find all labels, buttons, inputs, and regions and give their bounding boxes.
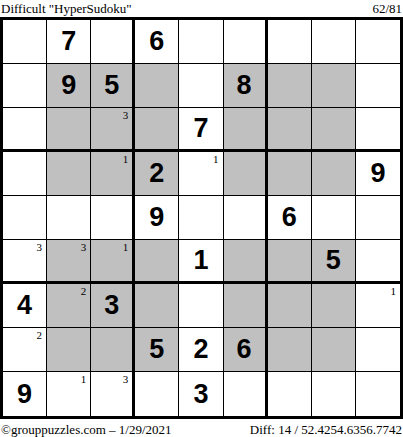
pencil-mark: 3 [37, 241, 43, 253]
cell-r5c7[interactable]: 6 [268, 196, 312, 240]
cell-r2c9[interactable] [356, 64, 400, 108]
cell-r1c9[interactable] [356, 20, 400, 64]
given-digit: 2 [193, 336, 208, 363]
cell-r1c4[interactable]: 6 [135, 20, 179, 64]
cell-r8c9[interactable] [356, 328, 400, 372]
cell-r8c5[interactable]: 2 [179, 328, 223, 372]
cell-r3c7[interactable] [268, 108, 312, 152]
cell-r9c1[interactable]: 9 [3, 372, 47, 416]
cell-r5c3[interactable] [91, 196, 135, 240]
given-digit: 8 [237, 72, 252, 99]
cell-r4c5[interactable]: 1 [179, 152, 223, 196]
pencil-mark: 3 [123, 373, 129, 385]
pencil-mark: 1 [123, 241, 129, 253]
cell-r2c2[interactable]: 9 [47, 64, 91, 108]
cell-r6c5[interactable]: 1 [179, 240, 223, 284]
cell-r2c1[interactable] [3, 64, 47, 108]
cell-r7c1[interactable]: 4 [3, 284, 47, 328]
puzzle-page: Difficult "HyperSudoku" 62/81 7695837121… [0, 0, 403, 437]
cell-r7c7[interactable] [268, 284, 312, 328]
cell-r1c5[interactable] [179, 20, 223, 64]
cell-r3c6[interactable] [224, 108, 268, 152]
cell-r9c8[interactable] [312, 372, 356, 416]
cell-r4c4[interactable]: 2 [135, 152, 179, 196]
pencil-mark: 1 [390, 285, 396, 297]
given-digit: 6 [237, 336, 252, 363]
cell-r5c6[interactable] [224, 196, 268, 240]
cell-r2c4[interactable] [135, 64, 179, 108]
cell-r8c1[interactable]: 2 [3, 328, 47, 372]
cell-r5c9[interactable] [356, 196, 400, 240]
cell-r2c3[interactable]: 5 [91, 64, 135, 108]
given-digit: 5 [149, 336, 164, 363]
cell-r4c9[interactable]: 9 [356, 152, 400, 196]
cell-r3c9[interactable] [356, 108, 400, 152]
cell-r6c3[interactable]: 1 [91, 240, 135, 284]
footer: ©grouppuzzles.com – 1/29/2021 Diff: 14 /… [0, 419, 403, 436]
cell-r5c5[interactable] [179, 196, 223, 240]
cell-r7c2[interactable]: 2 [47, 284, 91, 328]
cell-r4c2[interactable] [47, 152, 91, 196]
cell-r7c8[interactable] [312, 284, 356, 328]
cell-r9c3[interactable]: 3 [91, 372, 135, 416]
pencil-mark: 1 [81, 373, 87, 385]
header: Difficult "HyperSudoku" 62/81 [0, 0, 403, 17]
cell-r7c9[interactable]: 1 [356, 284, 400, 328]
cell-r5c1[interactable] [3, 196, 47, 240]
given-digit: 5 [326, 247, 341, 274]
given-digit: 4 [17, 292, 32, 319]
cell-r6c1[interactable]: 3 [3, 240, 47, 284]
cell-r2c8[interactable] [312, 64, 356, 108]
cell-r9c5[interactable]: 3 [179, 372, 223, 416]
given-digit: 3 [193, 381, 208, 408]
given-digit: 9 [370, 160, 385, 187]
cell-r9c2[interactable]: 1 [47, 372, 91, 416]
cell-r4c1[interactable] [3, 152, 47, 196]
cell-r1c2[interactable]: 7 [47, 20, 91, 64]
cell-r1c1[interactable] [3, 20, 47, 64]
given-digit: 6 [282, 204, 297, 231]
given-digit: 6 [149, 28, 164, 55]
pencil-mark: 1 [213, 153, 219, 165]
cell-r5c2[interactable] [47, 196, 91, 240]
cell-r6c4[interactable] [135, 240, 179, 284]
cell-r6c9[interactable] [356, 240, 400, 284]
given-digit: 9 [149, 204, 164, 231]
cell-r8c2[interactable] [47, 328, 91, 372]
given-digit: 1 [193, 247, 208, 274]
cell-r3c2[interactable] [47, 108, 91, 152]
given-digit: 7 [61, 28, 76, 55]
cell-r5c4[interactable]: 9 [135, 196, 179, 240]
given-digit: 5 [104, 72, 119, 99]
cell-r9c6[interactable] [224, 372, 268, 416]
pencil-mark: 3 [81, 241, 87, 253]
remaining-counter: 62/81 [372, 1, 402, 17]
pencil-mark: 1 [123, 153, 129, 165]
cell-r6c7[interactable] [268, 240, 312, 284]
pencil-mark: 2 [81, 285, 87, 297]
cell-r3c8[interactable] [312, 108, 356, 152]
cell-r8c6[interactable]: 6 [224, 328, 268, 372]
cell-r1c8[interactable] [312, 20, 356, 64]
cell-r4c7[interactable] [268, 152, 312, 196]
cell-r9c9[interactable] [356, 372, 400, 416]
given-digit: 9 [61, 72, 76, 99]
cell-r4c3[interactable]: 1 [91, 152, 135, 196]
cell-r2c6[interactable]: 8 [224, 64, 268, 108]
pencil-mark: 2 [37, 329, 43, 341]
cell-r6c6[interactable] [224, 240, 268, 284]
cell-r8c7[interactable] [268, 328, 312, 372]
cell-r3c1[interactable] [3, 108, 47, 152]
cell-r8c4[interactable]: 5 [135, 328, 179, 372]
difficulty-text: Diff: 14 / 52.4254.6356.7742 [250, 422, 402, 437]
given-digit: 7 [193, 115, 208, 142]
cell-r3c4[interactable] [135, 108, 179, 152]
given-digit: 3 [104, 292, 119, 319]
sudoku-board: 769583712199633115423125269133 [0, 17, 403, 419]
cell-r1c3[interactable] [91, 20, 135, 64]
cell-r7c6[interactable] [224, 284, 268, 328]
cell-r7c3[interactable]: 3 [91, 284, 135, 328]
cell-r9c7[interactable] [268, 372, 312, 416]
cell-r3c3[interactable]: 3 [91, 108, 135, 152]
cell-r3c5[interactable]: 7 [179, 108, 223, 152]
puzzle-title: Difficult "HyperSudoku" [1, 1, 132, 17]
cell-r1c6[interactable] [224, 20, 268, 64]
copyright-text: ©grouppuzzles.com – 1/29/2021 [1, 422, 172, 437]
cell-r4c8[interactable] [312, 152, 356, 196]
cell-r4c6[interactable] [224, 152, 268, 196]
cell-r6c8[interactable]: 5 [312, 240, 356, 284]
cell-r2c7[interactable] [268, 64, 312, 108]
cell-r7c5[interactable] [179, 284, 223, 328]
cell-r2c5[interactable] [179, 64, 223, 108]
given-digit: 9 [17, 381, 32, 408]
pencil-mark: 3 [123, 109, 129, 121]
cell-r1c7[interactable] [268, 20, 312, 64]
cell-r9c4[interactable] [135, 372, 179, 416]
cell-r8c3[interactable] [91, 328, 135, 372]
cell-r8c8[interactable] [312, 328, 356, 372]
given-digit: 2 [149, 160, 164, 187]
cell-r5c8[interactable] [312, 196, 356, 240]
cell-r7c4[interactable] [135, 284, 179, 328]
cell-r6c2[interactable]: 3 [47, 240, 91, 284]
